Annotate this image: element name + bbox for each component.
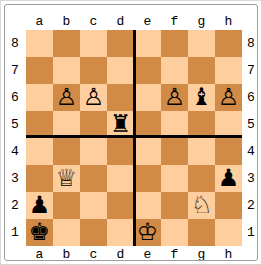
square-a2[interactable]: ♟ <box>26 192 53 219</box>
piece-white-queen: ♕ <box>56 165 78 192</box>
file-label-d: d <box>117 247 125 262</box>
square-e1[interactable]: ♔ <box>134 219 161 246</box>
square-b4[interactable] <box>53 138 80 165</box>
square-f7[interactable] <box>161 57 188 84</box>
piece-black-rook: ♜ <box>110 111 132 138</box>
file-label-e: e <box>144 247 152 262</box>
chess-diagram: abcdefgh 87654321 ♙♙♙♝♙♜♕♟♟♘♚♔ 87654321 … <box>0 0 262 265</box>
square-g3[interactable] <box>188 165 215 192</box>
square-a7[interactable] <box>26 57 53 84</box>
square-e8[interactable] <box>134 30 161 57</box>
file-label-c: c <box>90 247 98 262</box>
square-g8[interactable] <box>188 30 215 57</box>
square-b7[interactable] <box>53 57 80 84</box>
square-c7[interactable] <box>80 57 107 84</box>
square-g5[interactable] <box>188 111 215 138</box>
square-b5[interactable] <box>53 111 80 138</box>
rank-label-4: 4 <box>247 144 255 159</box>
file-labels-top: abcdefgh <box>26 14 242 29</box>
piece-white-pawn: ♙ <box>164 84 186 111</box>
square-a5[interactable] <box>26 111 53 138</box>
rank-label-3: 3 <box>11 171 19 186</box>
square-f2[interactable] <box>161 192 188 219</box>
square-d7[interactable] <box>107 57 134 84</box>
piece-black-pawn: ♟ <box>218 165 240 192</box>
square-d1[interactable] <box>107 219 134 246</box>
square-g4[interactable] <box>188 138 215 165</box>
square-g2[interactable]: ♘ <box>188 192 215 219</box>
square-e2[interactable] <box>134 192 161 219</box>
rank-label-6: 6 <box>11 90 19 105</box>
square-f4[interactable] <box>161 138 188 165</box>
square-a6[interactable] <box>26 84 53 111</box>
rank-labels-left: 87654321 <box>6 30 24 246</box>
piece-white-king: ♔ <box>137 219 159 246</box>
piece-black-pawn: ♟ <box>29 192 51 219</box>
file-label-g: g <box>198 247 206 262</box>
square-h6[interactable]: ♙ <box>215 84 242 111</box>
square-c5[interactable] <box>80 111 107 138</box>
rank-label-7: 7 <box>247 63 255 78</box>
rank-label-4: 4 <box>11 144 19 159</box>
piece-white-pawn: ♙ <box>218 84 240 111</box>
square-a8[interactable] <box>26 30 53 57</box>
chess-board: ♙♙♙♝♙♜♕♟♟♘♚♔ <box>26 30 242 246</box>
square-h7[interactable] <box>215 57 242 84</box>
file-label-a: a <box>36 247 44 262</box>
square-e4[interactable] <box>134 138 161 165</box>
square-a4[interactable] <box>26 138 53 165</box>
file-label-b: b <box>63 14 71 29</box>
square-f1[interactable] <box>161 219 188 246</box>
file-label-c: c <box>90 14 98 29</box>
piece-white-pawn: ♙ <box>56 84 78 111</box>
file-label-e: e <box>144 14 152 29</box>
square-d6[interactable] <box>107 84 134 111</box>
rank-label-8: 8 <box>247 36 255 51</box>
square-c8[interactable] <box>80 30 107 57</box>
rank-label-7: 7 <box>11 63 19 78</box>
square-d8[interactable] <box>107 30 134 57</box>
square-h2[interactable] <box>215 192 242 219</box>
square-h4[interactable] <box>215 138 242 165</box>
square-c3[interactable] <box>80 165 107 192</box>
file-label-h: h <box>225 247 233 262</box>
piece-white-knight: ♘ <box>191 192 213 219</box>
square-f8[interactable] <box>161 30 188 57</box>
rank-label-1: 1 <box>11 225 19 240</box>
piece-white-pawn: ♙ <box>83 84 105 111</box>
square-g1[interactable] <box>188 219 215 246</box>
square-c4[interactable] <box>80 138 107 165</box>
quadrant-divider-vertical <box>133 30 136 246</box>
rank-labels-right: 87654321 <box>242 30 260 246</box>
square-h3[interactable]: ♟ <box>215 165 242 192</box>
square-h8[interactable] <box>215 30 242 57</box>
square-f5[interactable] <box>161 111 188 138</box>
square-c2[interactable] <box>80 192 107 219</box>
square-f6[interactable]: ♙ <box>161 84 188 111</box>
piece-black-king: ♚ <box>29 219 51 246</box>
square-b1[interactable] <box>53 219 80 246</box>
rank-label-5: 5 <box>247 117 255 132</box>
square-f3[interactable] <box>161 165 188 192</box>
file-label-g: g <box>198 14 206 29</box>
rank-label-1: 1 <box>247 225 255 240</box>
square-d2[interactable] <box>107 192 134 219</box>
rank-label-2: 2 <box>247 198 255 213</box>
file-labels-bottom: abcdefgh <box>26 247 242 262</box>
square-c1[interactable] <box>80 219 107 246</box>
square-b2[interactable] <box>53 192 80 219</box>
file-label-h: h <box>225 14 233 29</box>
rank-label-5: 5 <box>11 117 19 132</box>
square-h1[interactable] <box>215 219 242 246</box>
square-d5[interactable]: ♜ <box>107 111 134 138</box>
square-g6[interactable]: ♝ <box>188 84 215 111</box>
file-label-b: b <box>63 247 71 262</box>
square-d4[interactable] <box>107 138 134 165</box>
square-e6[interactable] <box>134 84 161 111</box>
square-e7[interactable] <box>134 57 161 84</box>
rank-label-2: 2 <box>11 198 19 213</box>
square-b6[interactable]: ♙ <box>53 84 80 111</box>
square-c6[interactable]: ♙ <box>80 84 107 111</box>
square-d3[interactable] <box>107 165 134 192</box>
square-a1[interactable]: ♚ <box>26 219 53 246</box>
file-label-a: a <box>36 14 44 29</box>
square-b8[interactable] <box>53 30 80 57</box>
square-g7[interactable] <box>188 57 215 84</box>
rank-label-3: 3 <box>247 171 255 186</box>
rank-label-6: 6 <box>247 90 255 105</box>
file-label-f: f <box>171 247 179 262</box>
rank-label-8: 8 <box>11 36 19 51</box>
square-h5[interactable] <box>215 111 242 138</box>
file-label-d: d <box>117 14 125 29</box>
square-a3[interactable] <box>26 165 53 192</box>
square-e3[interactable] <box>134 165 161 192</box>
file-label-f: f <box>171 14 179 29</box>
piece-black-bishop: ♝ <box>191 84 213 111</box>
square-b3[interactable]: ♕ <box>53 165 80 192</box>
square-e5[interactable] <box>134 111 161 138</box>
